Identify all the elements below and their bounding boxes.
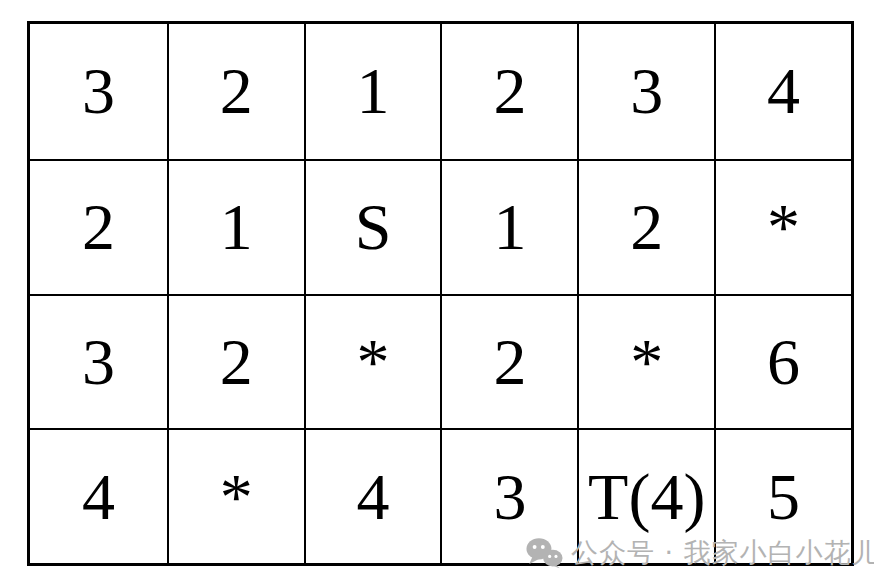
cell-r3c1: 3	[30, 294, 167, 429]
puzzle-board: 32123421S12*32*2*64*43T(4)5	[27, 21, 854, 566]
cell-r4c2: *	[167, 428, 304, 563]
puzzle-image: 32123421S12*32*2*64*43T(4)5 公众号 · 我家小白小花…	[0, 0, 874, 588]
cell-r1c6: 4	[714, 24, 851, 159]
cell-r2c4: 1	[440, 159, 577, 294]
cell-r2c1: 2	[30, 159, 167, 294]
cell-r4c1: 4	[30, 428, 167, 563]
watermark-text: 公众号 · 我家小白小花儿	[571, 535, 874, 571]
cell-r1c5: 3	[577, 24, 714, 159]
cell-r2c2: 1	[167, 159, 304, 294]
cell-r2c6: *	[714, 159, 851, 294]
cell-r4c3: 4	[304, 428, 441, 563]
cell-r2c3: S	[304, 159, 441, 294]
cell-r3c5: *	[577, 294, 714, 429]
cell-r3c2: 2	[167, 294, 304, 429]
wechat-icon	[526, 537, 563, 569]
cell-r1c1: 3	[30, 24, 167, 159]
cell-r1c3: 1	[304, 24, 441, 159]
cell-r3c3: *	[304, 294, 441, 429]
watermark: 公众号 · 我家小白小花儿	[526, 535, 874, 571]
cell-r1c4: 2	[440, 24, 577, 159]
cell-r1c2: 2	[167, 24, 304, 159]
cell-r3c6: 6	[714, 294, 851, 429]
cell-r3c4: 2	[440, 294, 577, 429]
cell-r2c5: 2	[577, 159, 714, 294]
